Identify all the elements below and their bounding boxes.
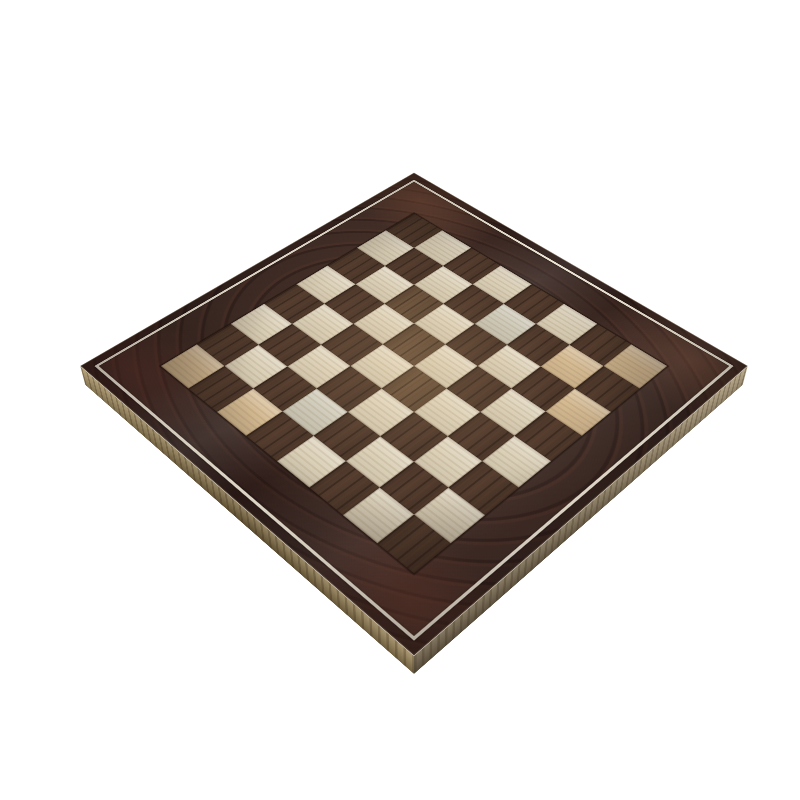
square-d3: [317, 366, 382, 412]
square-h6: [546, 388, 612, 436]
square-h3: [449, 461, 519, 515]
square-c2: [253, 366, 318, 412]
chess-board: [80, 173, 748, 656]
square-e2: [313, 412, 380, 461]
product-photo-canvas: [0, 0, 800, 800]
square-h5: [515, 412, 582, 461]
square-e1: [277, 436, 345, 487]
square-f1: [309, 461, 379, 515]
board-top-face: [80, 173, 748, 656]
square-g3: [414, 436, 482, 487]
square-g2: [379, 461, 449, 515]
square-h7: [575, 366, 640, 412]
square-f5: [446, 366, 511, 412]
square-b1: [188, 366, 253, 412]
square-h2: [414, 487, 485, 543]
square-f4: [414, 388, 480, 436]
square-f3: [380, 412, 447, 461]
square-c1: [217, 388, 283, 436]
square-h4: [482, 436, 550, 487]
square-d1: [246, 412, 313, 461]
board-grid: [161, 213, 667, 573]
square-f2: [346, 436, 414, 487]
square-e3: [348, 388, 414, 436]
square-g4: [448, 412, 515, 461]
square-g1: [343, 487, 414, 543]
square-d2: [282, 388, 348, 436]
square-g6: [511, 366, 576, 412]
square-h1: [378, 515, 451, 573]
square-e4: [382, 366, 447, 412]
square-g5: [480, 388, 546, 436]
scene: [0, 0, 800, 800]
